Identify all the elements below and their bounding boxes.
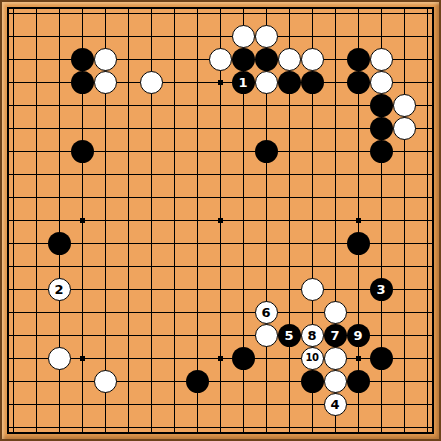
white-stone (393, 117, 416, 140)
black-stone (347, 71, 370, 94)
black-stone (255, 48, 278, 71)
black-stone (347, 370, 370, 393)
star-point (347, 209, 370, 232)
move-5-black-stone: 5 (278, 324, 301, 347)
black-stone (48, 232, 71, 255)
black-stone (71, 140, 94, 163)
star-point (209, 209, 232, 232)
star-point (209, 71, 232, 94)
move-3-black-stone: 3 (370, 278, 393, 301)
star-point (71, 347, 94, 370)
black-stone (301, 71, 324, 94)
black-stone (301, 370, 324, 393)
move-10-white-stone: 10 (301, 347, 324, 370)
black-stone (347, 232, 370, 255)
white-stone (255, 25, 278, 48)
black-stone (370, 140, 393, 163)
go-board-grid: 12365879104 (2, 2, 439, 439)
white-stone (140, 71, 163, 94)
white-stone (255, 71, 278, 94)
move-7-black-stone: 7 (324, 324, 347, 347)
white-stone (393, 94, 416, 117)
star-point (209, 347, 232, 370)
black-stone (186, 370, 209, 393)
white-stone (324, 370, 347, 393)
black-stone (370, 347, 393, 370)
white-stone (94, 48, 117, 71)
move-6-white-stone: 6 (255, 301, 278, 324)
move-1-black-stone: 1 (232, 71, 255, 94)
black-stone (232, 347, 255, 370)
black-stone (347, 48, 370, 71)
black-stone (278, 71, 301, 94)
white-stone (324, 301, 347, 324)
white-stone (370, 48, 393, 71)
move-4-white-stone: 4 (324, 393, 347, 416)
black-stone (370, 94, 393, 117)
black-stone (255, 140, 278, 163)
star-point (347, 347, 370, 370)
white-stone (278, 48, 301, 71)
white-stone (94, 71, 117, 94)
black-stone (370, 117, 393, 140)
move-2-white-stone: 2 (48, 278, 71, 301)
move-8-white-stone: 8 (301, 324, 324, 347)
white-stone (48, 347, 71, 370)
white-stone (94, 370, 117, 393)
white-stone (324, 347, 347, 370)
black-stone (71, 71, 94, 94)
go-diagram: 12365879104 (0, 0, 441, 441)
move-9-black-stone: 9 (347, 324, 370, 347)
white-stone (255, 324, 278, 347)
white-stone (301, 278, 324, 301)
star-point (71, 209, 94, 232)
black-stone (232, 48, 255, 71)
white-stone (232, 25, 255, 48)
white-stone (370, 71, 393, 94)
white-stone (301, 48, 324, 71)
black-stone (71, 48, 94, 71)
white-stone (209, 48, 232, 71)
